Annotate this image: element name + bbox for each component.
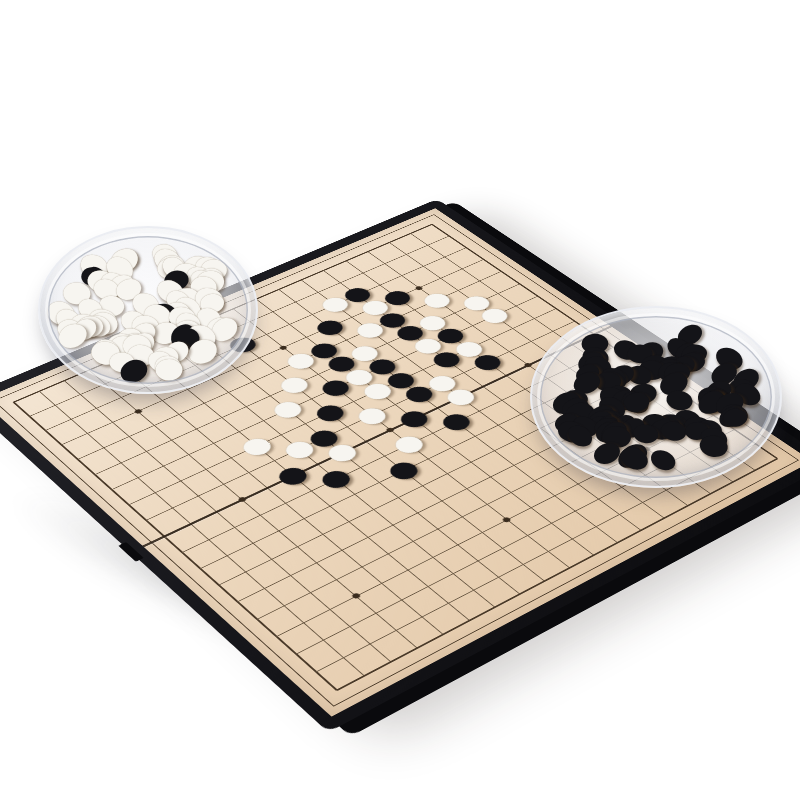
white-stone: ● (414, 288, 457, 312)
black-bowl-stone: ● (696, 428, 733, 461)
black-stone: ● (390, 405, 435, 433)
white-stone: ● (233, 432, 279, 460)
white-stone: ● (472, 303, 515, 328)
black-stone: ● (268, 461, 314, 490)
white-bowl-stone: ● (153, 353, 184, 382)
black-stone: ● (464, 349, 508, 375)
black-stone: ● (380, 456, 427, 485)
white-stones-bowl: ●●●●●●●●●●●●●●●●●●●●●●●●●●●●●●●●●●●●●●●●… (38, 226, 258, 394)
black-stone: ● (312, 464, 359, 493)
black-stone: ● (307, 314, 350, 339)
white-stone: ● (264, 395, 309, 422)
white-stone: ● (385, 430, 431, 458)
black-stone: ● (306, 398, 351, 425)
go-set-product-photo: ●●●●●●●●●●●●●●●●●●●●●●●●●●●●●●●●●●●●●●●●… (0, 0, 800, 800)
black-stone: ● (432, 408, 478, 436)
white-stone: ● (271, 371, 315, 398)
white-stone: ● (348, 401, 393, 428)
hinge-tab-left (118, 542, 144, 562)
black-stones-bowl: ●●●●●●●●●●●●●●●●●●●●●●●●●●●●●●●●●●●●●●●●… (530, 306, 782, 488)
